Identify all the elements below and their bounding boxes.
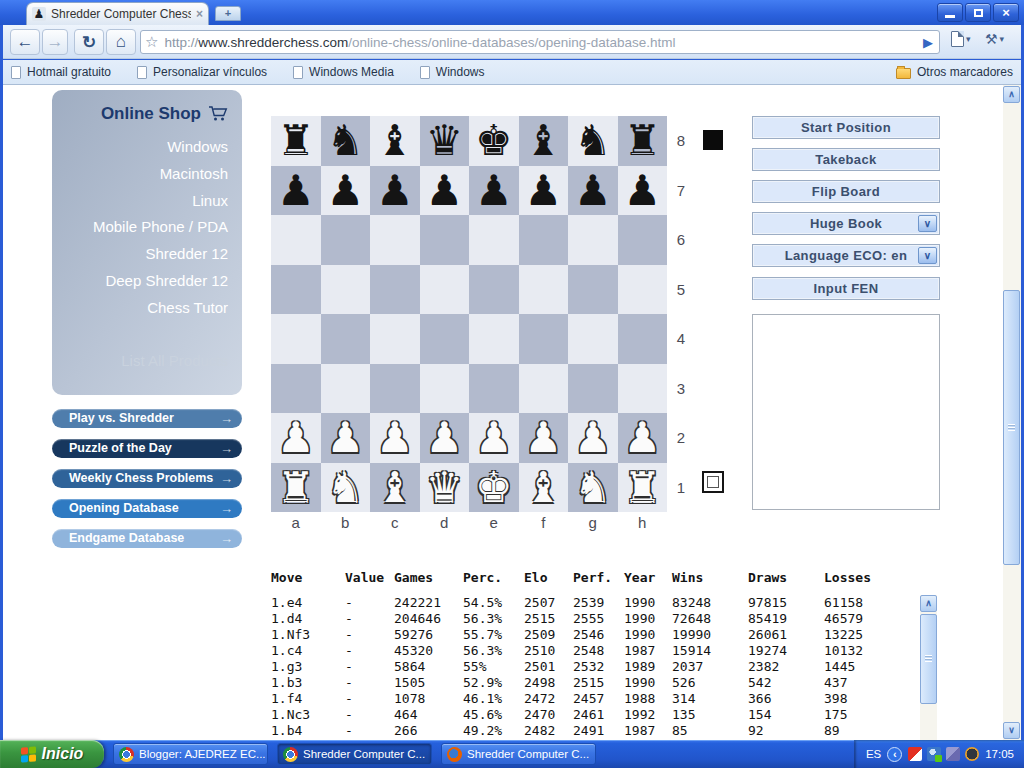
table-cell: 135 — [672, 707, 748, 723]
shop-link[interactable]: Mobile Phone / PDA — [93, 214, 228, 241]
table-cell: 1.d4 — [271, 611, 345, 627]
rank-labels: 87654321 — [671, 116, 691, 512]
bookmark-item[interactable]: Hotmail gratuito — [11, 65, 111, 79]
table-cell: 2461 — [573, 707, 624, 723]
dropdown-icon: ▾ — [1000, 34, 1005, 44]
tray-chevron-icon[interactable]: ‹ — [887, 747, 902, 762]
table-cell: 1.Nf3 — [271, 627, 345, 643]
table-cell: 2539 — [573, 595, 624, 611]
table-cell: 1.Nc3 — [271, 707, 345, 723]
table-cell: 46.1% — [463, 691, 524, 707]
bookmark-label: Windows Media — [309, 65, 394, 79]
table-cell: 266 — [394, 723, 463, 739]
black-rook-piece: ♜ — [277, 116, 315, 166]
table-cell: 1989 — [624, 659, 672, 675]
square-c7[interactable]: ♟ — [370, 166, 420, 216]
input-fen-button[interactable]: Input FEN — [752, 277, 940, 300]
arrow-right-icon: → — [220, 409, 233, 428]
shop-link[interactable]: Chess Tutor — [93, 295, 228, 322]
square-h4[interactable] — [618, 314, 668, 364]
square-c4[interactable] — [370, 314, 420, 364]
white-rook-piece: ♜ — [623, 463, 661, 513]
square-f7[interactable]: ♟ — [519, 166, 569, 216]
table-cell: 19274 — [748, 643, 824, 659]
square-e6[interactable] — [469, 215, 519, 265]
file-labels: abcdefgh — [271, 514, 667, 531]
square-h3[interactable] — [618, 364, 668, 414]
square-b2[interactable]: ♟ — [321, 413, 371, 463]
antivirus-icon[interactable] — [965, 747, 979, 761]
table-cell: 92 — [748, 723, 824, 739]
table-cell: 2501 — [524, 659, 573, 675]
file-label-g: g — [568, 514, 618, 531]
chrome-icon — [119, 747, 134, 762]
table-row[interactable]: 1.c4-4532056.3%2510254819871591419274101… — [271, 643, 921, 659]
white-pawn-piece: ♟ — [425, 413, 463, 463]
table-cell: 542 — [748, 675, 824, 691]
folder-icon — [896, 68, 911, 79]
taskbar: Inicio Blogger: AJEDREZ EC...Shredder Co… — [0, 740, 1024, 768]
shop-link[interactable]: Shredder 12 — [93, 241, 228, 268]
nav-play-vs-shredder[interactable]: Play vs. Shredder→ — [52, 409, 242, 428]
table-cell: 1990 — [624, 627, 672, 643]
rank-label-5: 5 — [671, 265, 691, 315]
shop-link[interactable]: Deep Shredder 12 — [93, 268, 228, 295]
column-header: Year — [624, 570, 672, 586]
square-d6[interactable] — [420, 215, 470, 265]
forward-button[interactable]: → — [42, 29, 68, 55]
nav-weekly-chess-problems[interactable]: Weekly Chess Problems→ — [52, 469, 242, 488]
table-cell: 85 — [672, 723, 748, 739]
square-d4[interactable] — [420, 314, 470, 364]
white-bishop-piece: ♝ — [524, 463, 562, 513]
square-c1[interactable]: ♝ — [370, 463, 420, 513]
file-label-h: h — [618, 514, 668, 531]
language-select[interactable]: Language ECO: en∨ — [752, 244, 940, 267]
table-cell: 19990 — [672, 627, 748, 643]
takeback-button[interactable]: Takeback — [752, 148, 940, 171]
square-f1[interactable]: ♝ — [519, 463, 569, 513]
square-g1[interactable]: ♞ — [568, 463, 618, 513]
table-cell: 2382 — [748, 659, 824, 675]
reload-button[interactable]: ↻ — [74, 29, 104, 55]
go-icon[interactable]: ▶ — [923, 35, 933, 50]
white-rook-piece: ♜ — [277, 463, 315, 513]
square-c8[interactable]: ♝ — [370, 116, 420, 166]
table-cell: 1990 — [624, 611, 672, 627]
square-d5[interactable] — [420, 265, 470, 315]
square-e1[interactable]: ♚ — [469, 463, 519, 513]
task-label: Shredder Computer C... — [303, 748, 425, 760]
black-pawn-piece: ♟ — [425, 166, 463, 216]
square-b7[interactable]: ♟ — [321, 166, 371, 216]
table-cell: 49.2% — [463, 723, 524, 739]
system-tray: ES ‹ 17:05 — [854, 740, 1024, 768]
square-e2[interactable]: ♟ — [469, 413, 519, 463]
table-cell: 56.3% — [463, 643, 524, 659]
table-cell: 1992 — [624, 707, 672, 723]
square-h1[interactable]: ♜ — [618, 463, 668, 513]
nav-endgame-database[interactable]: Endgame Database→ — [52, 529, 242, 548]
table-cell: 2548 — [573, 643, 624, 659]
square-a5[interactable] — [271, 265, 321, 315]
square-h5[interactable] — [618, 265, 668, 315]
square-e5[interactable] — [469, 265, 519, 315]
address-bar[interactable]: ☆ http://www.shredderchess.com/online-ch… — [140, 30, 940, 54]
table-cell: 55% — [463, 659, 524, 675]
bookmark-item[interactable]: Windows — [420, 65, 485, 79]
bookmarks-bar: Hotmail gratuitoPersonalizar vínculosWin… — [3, 60, 1021, 85]
arrow-right-icon: → — [220, 439, 233, 458]
file-label-d: d — [420, 514, 470, 531]
square-a6[interactable] — [271, 215, 321, 265]
square-a7[interactable]: ♟ — [271, 166, 321, 216]
rank-label-1: 1 — [671, 463, 691, 513]
square-f3[interactable] — [519, 364, 569, 414]
square-h8[interactable]: ♜ — [618, 116, 668, 166]
online-shop-links: WindowsMacintoshLinuxMobile Phone / PDAS… — [93, 134, 228, 322]
table-cell: 1987 — [624, 643, 672, 659]
square-e4[interactable] — [469, 314, 519, 364]
square-g8[interactable]: ♞ — [568, 116, 618, 166]
notation-panel — [752, 314, 940, 510]
square-b4[interactable] — [321, 314, 371, 364]
white-knight-piece: ♞ — [574, 463, 612, 513]
square-d8[interactable]: ♛ — [420, 116, 470, 166]
table-cell: 2470 — [524, 707, 573, 723]
square-b6[interactable] — [321, 215, 371, 265]
table-row[interactable]: 1.d4-20464656.3%251525551990726488541946… — [271, 611, 921, 627]
nav-opening-database[interactable]: Opening Database→ — [52, 499, 242, 518]
white-pawn-piece: ♟ — [574, 413, 612, 463]
table-cell: 1.g3 — [271, 659, 345, 675]
table-cell: 2472 — [524, 691, 573, 707]
flip-board-button[interactable]: Flip Board — [752, 180, 940, 203]
file-label-b: b — [321, 514, 371, 531]
table-row[interactable]: 1.f4-107846.1%247224571988314366398 — [271, 691, 921, 707]
minimize-button[interactable] — [937, 3, 963, 22]
page-icon — [420, 66, 430, 79]
book-select-value: Huge Book — [810, 216, 882, 231]
table-cell: - — [345, 707, 394, 723]
square-b3[interactable] — [321, 364, 371, 414]
home-button[interactable]: ⌂ — [106, 29, 136, 55]
clock: 17:05 — [985, 748, 1014, 760]
column-header: Games — [394, 570, 463, 586]
bookmark-item[interactable]: Personalizar vínculos — [137, 65, 267, 79]
close-button[interactable]: × — [993, 3, 1019, 22]
table-cell: 2515 — [524, 611, 573, 627]
column-header: Move — [271, 570, 345, 586]
square-d2[interactable]: ♟ — [420, 413, 470, 463]
table-cell: 1988 — [624, 691, 672, 707]
messenger-icon[interactable] — [927, 747, 941, 761]
table-cell: 1.e4 — [271, 595, 345, 611]
square-c5[interactable] — [370, 265, 420, 315]
shop-link[interactable]: Windows — [93, 134, 228, 161]
table-cell: 175 — [824, 707, 921, 723]
shop-link[interactable]: Macintosh — [93, 161, 228, 188]
shopping-cart-icon — [208, 106, 228, 122]
table-cell: 46579 — [824, 611, 921, 627]
other-bookmarks-button[interactable]: Otros marcadores — [896, 65, 1013, 79]
table-cell: 1.c4 — [271, 643, 345, 659]
square-e3[interactable] — [469, 364, 519, 414]
page-scrollbar-thumb[interactable] — [1003, 290, 1020, 565]
black-king-piece: ♚ — [475, 116, 513, 166]
square-g4[interactable] — [568, 314, 618, 364]
page-icon — [11, 66, 21, 79]
square-b8[interactable]: ♞ — [321, 116, 371, 166]
page-icon — [293, 66, 303, 79]
table-cell: 2457 — [573, 691, 624, 707]
square-g6[interactable] — [568, 215, 618, 265]
page-menu-button[interactable]: ▾ — [951, 31, 971, 47]
shredder-favicon-icon: ♟ — [32, 7, 46, 21]
black-pawn-piece: ♟ — [574, 166, 612, 216]
square-h6[interactable] — [618, 215, 668, 265]
page-icon — [951, 31, 964, 47]
table-cell: - — [345, 627, 394, 643]
firefox-icon — [447, 747, 462, 762]
tools-menu-button[interactable]: ⚒ ▾ — [985, 31, 1004, 47]
file-label-f: f — [519, 514, 569, 531]
black-knight-piece: ♞ — [326, 116, 364, 166]
scroll-down-icon[interactable]: ∨ — [1003, 722, 1020, 739]
browser-tab[interactable]: ♟ Shredder Computer Chess ... × — [26, 2, 209, 25]
table-cell: 1078 — [394, 691, 463, 707]
scroll-up-icon[interactable]: ∧ — [920, 595, 937, 612]
column-header: Losses — [824, 570, 921, 586]
rank-label-8: 8 — [671, 116, 691, 166]
nav-puzzle-of-the-day[interactable]: Puzzle of the Day→ — [52, 439, 242, 458]
white-king-piece: ♚ — [475, 463, 513, 513]
table-cell: 59276 — [394, 627, 463, 643]
table-cell: 398 — [824, 691, 921, 707]
table-row[interactable]: 1.Nc3-46445.6%247024611992135154175 — [271, 707, 921, 723]
table-cell: - — [345, 643, 394, 659]
table-row[interactable]: 1.g3-586455%250125321989203723821445 — [271, 659, 921, 675]
black-bishop-piece: ♝ — [524, 116, 562, 166]
table-cell: 1990 — [624, 675, 672, 691]
pdf-icon[interactable] — [908, 747, 922, 761]
start-button[interactable]: Inicio — [0, 740, 104, 768]
bookmark-label: Personalizar vínculos — [153, 65, 267, 79]
square-f8[interactable]: ♝ — [519, 116, 569, 166]
table-cell: 526 — [672, 675, 748, 691]
square-f4[interactable] — [519, 314, 569, 364]
table-cell: - — [345, 675, 394, 691]
table-row[interactable]: 1.b3-150552.9%249825151990526542437 — [271, 675, 921, 691]
opening-stats-table: MoveValueGamesPerc.EloPerf.YearWinsDraws… — [271, 570, 921, 739]
square-g5[interactable] — [568, 265, 618, 315]
black-side-indicator — [703, 130, 723, 150]
square-e7[interactable]: ♟ — [469, 166, 519, 216]
table-cell: 85419 — [748, 611, 824, 627]
table-cell: 2510 — [524, 643, 573, 659]
arrow-right-icon: → — [220, 529, 233, 548]
square-d7[interactable]: ♟ — [420, 166, 470, 216]
square-f2[interactable]: ♟ — [519, 413, 569, 463]
table-cell: 45320 — [394, 643, 463, 659]
file-label-c: c — [370, 514, 420, 531]
white-pawn-piece: ♟ — [326, 413, 364, 463]
square-g3[interactable] — [568, 364, 618, 414]
black-knight-piece: ♞ — [574, 116, 612, 166]
table-cell: 97815 — [748, 595, 824, 611]
square-c6[interactable] — [370, 215, 420, 265]
table-scrollbar[interactable]: ∧ — [920, 595, 937, 740]
table-cell: - — [345, 691, 394, 707]
square-g2[interactable]: ♟ — [568, 413, 618, 463]
table-cell: 1.f4 — [271, 691, 345, 707]
page-icon — [137, 66, 147, 79]
chevron-down-icon[interactable]: ∨ — [918, 215, 937, 232]
table-cell: 1505 — [394, 675, 463, 691]
black-pawn-piece: ♟ — [475, 166, 513, 216]
table-cell: 2498 — [524, 675, 573, 691]
book-select[interactable]: Huge Book∨ — [752, 212, 940, 235]
table-cell: - — [345, 611, 394, 627]
restore-button[interactable] — [965, 3, 991, 22]
chevron-down-icon[interactable]: ∨ — [918, 247, 937, 264]
square-a4[interactable] — [271, 314, 321, 364]
table-scrollbar-thumb[interactable] — [920, 614, 937, 704]
square-b5[interactable] — [321, 265, 371, 315]
black-pawn-piece: ♟ — [277, 166, 315, 216]
table-cell: 1990 — [624, 595, 672, 611]
page-scrollbar[interactable]: ∧ ∨ — [1003, 85, 1021, 740]
start-label: Inicio — [42, 745, 84, 763]
online-shop-title: Online Shop — [101, 104, 228, 124]
table-cell: 61158 — [824, 595, 921, 611]
table-cell: 2491 — [573, 723, 624, 739]
arrow-right-icon: → — [220, 469, 233, 488]
table-cell: 45.6% — [463, 707, 524, 723]
square-a3[interactable] — [271, 364, 321, 414]
square-c2[interactable]: ♟ — [370, 413, 420, 463]
taskbar-task[interactable]: Shredder Computer C... — [277, 743, 432, 765]
start-position-button[interactable]: Start Position — [752, 116, 940, 139]
square-a2[interactable]: ♟ — [271, 413, 321, 463]
network-icon[interactable] — [946, 747, 960, 761]
dropdown-icon: ▾ — [966, 34, 971, 44]
scroll-up-icon[interactable]: ∧ — [1003, 86, 1020, 103]
table-cell: 83248 — [672, 595, 748, 611]
table-cell: 56.3% — [463, 611, 524, 627]
table-cell: 2482 — [524, 723, 573, 739]
table-row[interactable]: 1.b4-26649.2%248224911987859289 — [271, 723, 921, 739]
square-f6[interactable] — [519, 215, 569, 265]
white-bishop-piece: ♝ — [376, 463, 414, 513]
windows-logo-icon — [21, 746, 36, 762]
column-header: Draws — [748, 570, 824, 586]
black-rook-piece: ♜ — [623, 116, 661, 166]
taskbar-task[interactable]: Blogger: AJEDREZ EC... — [113, 743, 268, 765]
table-cell: 26061 — [748, 627, 824, 643]
desktop: ♟ Shredder Computer Chess ... × + × ← → … — [0, 0, 1024, 768]
bookmark-label: Hotmail gratuito — [27, 65, 111, 79]
language-indicator[interactable]: ES — [866, 748, 881, 760]
square-e8[interactable]: ♚ — [469, 116, 519, 166]
square-d3[interactable] — [420, 364, 470, 414]
table-cell: 5864 — [394, 659, 463, 675]
table-cell: 437 — [824, 675, 921, 691]
table-cell: 55.7% — [463, 627, 524, 643]
table-cell: - — [345, 659, 394, 675]
table-cell: 1.b4 — [271, 723, 345, 739]
white-pawn-piece: ♟ — [623, 413, 661, 463]
table-cell: 1445 — [824, 659, 921, 675]
square-a8[interactable]: ♜ — [271, 116, 321, 166]
square-d1[interactable]: ♛ — [420, 463, 470, 513]
table-cell: 366 — [748, 691, 824, 707]
table-cell: 2555 — [573, 611, 624, 627]
square-c3[interactable] — [370, 364, 420, 414]
file-label-e: e — [469, 514, 519, 531]
white-pawn-piece: ♟ — [376, 413, 414, 463]
white-pawn-piece: ♟ — [475, 413, 513, 463]
table-cell: 1.b3 — [271, 675, 345, 691]
bookmark-item[interactable]: Windows Media — [293, 65, 394, 79]
restore-icon — [974, 9, 983, 17]
square-a1[interactable]: ♜ — [271, 463, 321, 513]
white-pawn-piece: ♟ — [524, 413, 562, 463]
table-cell: 2532 — [573, 659, 624, 675]
bookmark-star-icon[interactable]: ☆ — [145, 33, 158, 51]
minimize-icon — [945, 15, 955, 18]
column-header: Perc. — [463, 570, 524, 586]
black-bishop-piece: ♝ — [376, 116, 414, 166]
square-g7[interactable]: ♟ — [568, 166, 618, 216]
table-cell: 15914 — [672, 643, 748, 659]
back-button[interactable]: ← — [10, 29, 40, 55]
tab-close-icon[interactable]: × — [196, 7, 203, 21]
table-cell: 1987 — [624, 723, 672, 739]
title-bar: ♟ Shredder Computer Chess ... × + × — [0, 0, 1024, 25]
table-cell: 314 — [672, 691, 748, 707]
rank-label-4: 4 — [671, 314, 691, 364]
list-all-products-link[interactable]: List All Products — [121, 352, 228, 369]
table-cell: 54.5% — [463, 595, 524, 611]
other-bookmarks-label: Otros marcadores — [917, 65, 1013, 79]
table-row[interactable]: 1.Nf3-5927655.7%250925461990199902606113… — [271, 627, 921, 643]
table-cell: - — [345, 723, 394, 739]
new-tab-button[interactable]: + — [215, 6, 241, 21]
square-f5[interactable] — [519, 265, 569, 315]
column-header: Wins — [672, 570, 748, 586]
column-header: Value — [345, 570, 394, 586]
arrow-right-icon: → — [220, 499, 233, 518]
language-select-value: Language ECO: en — [785, 248, 908, 263]
black-pawn-piece: ♟ — [524, 166, 562, 216]
white-queen-piece: ♛ — [425, 463, 463, 513]
square-b1[interactable]: ♞ — [321, 463, 371, 513]
shop-link[interactable]: Linux — [93, 188, 228, 215]
table-row[interactable]: 1.e4-24222154.5%250725391990832489781561… — [271, 595, 921, 611]
black-pawn-piece: ♟ — [623, 166, 661, 216]
table-cell: 204646 — [394, 611, 463, 627]
table-cell: 2546 — [573, 627, 624, 643]
table-cell: 154 — [748, 707, 824, 723]
file-label-a: a — [271, 514, 321, 531]
taskbar-task[interactable]: Shredder Computer C... — [441, 743, 596, 765]
square-h2[interactable]: ♟ — [618, 413, 668, 463]
square-h7[interactable]: ♟ — [618, 166, 668, 216]
table-header-row: MoveValueGamesPerc.EloPerf.YearWinsDraws… — [271, 570, 921, 586]
black-queen-piece: ♛ — [425, 116, 463, 166]
table-cell: 464 — [394, 707, 463, 723]
